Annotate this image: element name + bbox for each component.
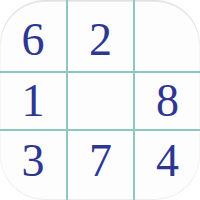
sudoku-board: 6 2 1 8 3 7 4 xyxy=(0,0,200,200)
cell-r1c2: 2 xyxy=(66,0,133,71)
digit-4: 4 xyxy=(156,138,179,184)
cell-r2c1: 1 xyxy=(0,71,66,129)
digit-2: 2 xyxy=(89,17,112,63)
screenshot-canvas: 6 2 1 8 3 7 4 xyxy=(0,0,200,200)
digit-7: 7 xyxy=(89,138,112,184)
digit-3: 3 xyxy=(22,138,45,184)
digit-1: 1 xyxy=(22,78,45,124)
cell-r2c2 xyxy=(66,71,133,129)
cell-r3c3: 4 xyxy=(133,129,200,200)
digit-6: 6 xyxy=(22,17,45,63)
cell-r3c2: 7 xyxy=(66,129,133,200)
cell-r1c1: 6 xyxy=(0,0,66,71)
digit-8: 8 xyxy=(156,78,179,124)
cell-r3c1: 3 xyxy=(0,129,66,200)
cell-r2c3: 8 xyxy=(133,71,200,129)
cell-r1c3 xyxy=(133,0,200,71)
sudoku-app-icon[interactable]: 6 2 1 8 3 7 4 xyxy=(0,0,200,200)
